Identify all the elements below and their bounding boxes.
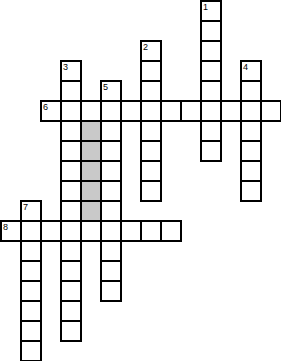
cell[interactable] bbox=[60, 320, 82, 342]
cell[interactable] bbox=[140, 120, 162, 142]
cell[interactable] bbox=[100, 180, 122, 202]
cell[interactable] bbox=[240, 160, 262, 182]
cell[interactable]: 6 bbox=[40, 100, 62, 122]
cell[interactable] bbox=[100, 240, 122, 262]
clue-number: 6 bbox=[43, 102, 48, 112]
cell[interactable] bbox=[180, 100, 202, 122]
cell[interactable] bbox=[140, 60, 162, 82]
cell[interactable] bbox=[60, 140, 82, 162]
cell[interactable]: 2 bbox=[140, 40, 162, 62]
cell[interactable] bbox=[140, 160, 162, 182]
cell[interactable] bbox=[140, 180, 162, 202]
cell[interactable] bbox=[200, 60, 222, 82]
cell[interactable] bbox=[20, 320, 42, 342]
cell[interactable] bbox=[40, 220, 62, 242]
cell[interactable] bbox=[60, 80, 82, 102]
cell[interactable] bbox=[20, 340, 42, 361]
cell[interactable] bbox=[260, 100, 281, 122]
shaded-cell[interactable] bbox=[80, 180, 102, 202]
clue-number: 5 bbox=[103, 82, 108, 92]
cell[interactable] bbox=[100, 280, 122, 302]
cell[interactable] bbox=[140, 80, 162, 102]
cell[interactable] bbox=[120, 100, 142, 122]
cell[interactable] bbox=[200, 20, 222, 42]
cell[interactable] bbox=[60, 160, 82, 182]
clue-number: 7 bbox=[23, 202, 28, 212]
cell[interactable] bbox=[240, 120, 262, 142]
cell[interactable] bbox=[200, 80, 222, 102]
cell[interactable] bbox=[60, 300, 82, 322]
cell[interactable] bbox=[20, 300, 42, 322]
shaded-cell[interactable] bbox=[80, 200, 102, 222]
cell[interactable] bbox=[80, 100, 102, 122]
cell[interactable] bbox=[60, 240, 82, 262]
cell[interactable] bbox=[200, 100, 222, 122]
cell[interactable]: 7 bbox=[20, 200, 42, 222]
cell[interactable]: 1 bbox=[200, 0, 222, 22]
cell[interactable] bbox=[160, 100, 182, 122]
cell[interactable] bbox=[60, 200, 82, 222]
cell[interactable] bbox=[100, 120, 122, 142]
cell[interactable] bbox=[100, 220, 122, 242]
cell[interactable] bbox=[100, 140, 122, 162]
cell[interactable] bbox=[240, 180, 262, 202]
cell[interactable] bbox=[100, 200, 122, 222]
cell[interactable] bbox=[220, 100, 242, 122]
cell[interactable] bbox=[200, 40, 222, 62]
cell[interactable]: 5 bbox=[100, 80, 122, 102]
cell[interactable] bbox=[140, 100, 162, 122]
cell[interactable] bbox=[200, 120, 222, 142]
clue-number: 3 bbox=[63, 62, 68, 72]
cell[interactable] bbox=[20, 220, 42, 242]
cell[interactable]: 3 bbox=[60, 60, 82, 82]
cell[interactable] bbox=[240, 100, 262, 122]
cell[interactable] bbox=[120, 220, 142, 242]
cell[interactable] bbox=[60, 280, 82, 302]
cell[interactable]: 8 bbox=[0, 220, 22, 242]
crossword-board: 12345678 bbox=[0, 0, 281, 361]
clue-number: 1 bbox=[203, 2, 208, 12]
cell[interactable] bbox=[160, 220, 182, 242]
cell[interactable] bbox=[140, 140, 162, 162]
cell[interactable] bbox=[20, 260, 42, 282]
cell[interactable] bbox=[60, 100, 82, 122]
cell[interactable] bbox=[20, 280, 42, 302]
cell[interactable] bbox=[100, 160, 122, 182]
cell[interactable] bbox=[60, 260, 82, 282]
clue-number: 4 bbox=[243, 62, 248, 72]
cell[interactable] bbox=[20, 240, 42, 262]
crossword-page: 12345678 bbox=[0, 0, 281, 361]
cell[interactable] bbox=[240, 140, 262, 162]
shaded-cell[interactable] bbox=[80, 120, 102, 142]
cell[interactable] bbox=[60, 220, 82, 242]
cell[interactable] bbox=[60, 120, 82, 142]
cell[interactable] bbox=[80, 220, 102, 242]
cell[interactable] bbox=[240, 80, 262, 102]
shaded-cell[interactable] bbox=[80, 140, 102, 162]
shaded-cell[interactable] bbox=[80, 160, 102, 182]
cell[interactable] bbox=[200, 140, 222, 162]
cell[interactable] bbox=[140, 220, 162, 242]
clue-number: 8 bbox=[3, 222, 8, 232]
clue-number: 2 bbox=[143, 42, 148, 52]
cell[interactable]: 4 bbox=[240, 60, 262, 82]
cell[interactable] bbox=[60, 180, 82, 202]
cell[interactable] bbox=[100, 260, 122, 282]
cell[interactable] bbox=[100, 100, 122, 122]
